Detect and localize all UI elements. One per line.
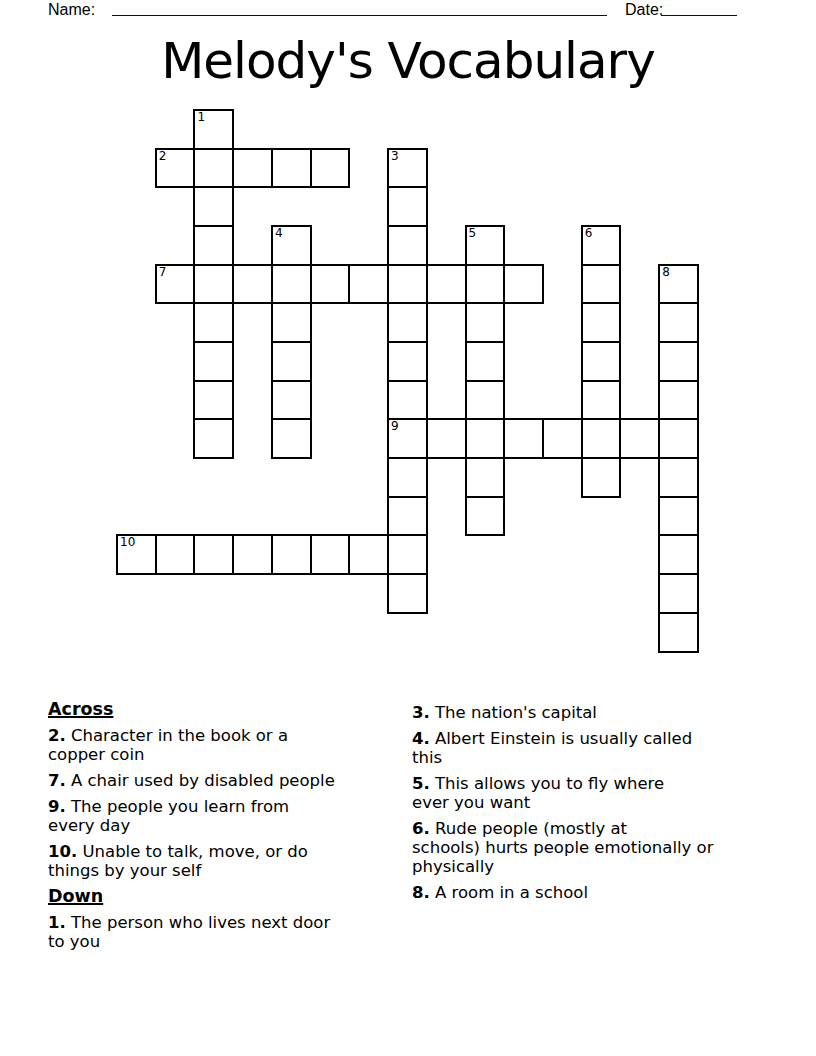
clue-item: 7. A chair used by disabled people	[48, 771, 410, 790]
grid-cell[interactable]	[581, 302, 622, 343]
grid-cell[interactable]	[271, 380, 312, 421]
cell-number: 5	[469, 227, 477, 240]
worksheet-title: Melody's Vocabulary	[0, 33, 816, 89]
name-blank-line[interactable]	[112, 0, 607, 16]
clue-item: 9. The people you learn fromevery day	[48, 797, 410, 835]
grid-cell[interactable]	[387, 186, 428, 227]
grid-cell[interactable]	[193, 380, 234, 421]
grid-cell[interactable]	[193, 302, 234, 343]
grid-cell[interactable]	[271, 341, 312, 382]
grid-cell[interactable]	[193, 148, 234, 189]
grid-cell[interactable]	[193, 341, 234, 382]
grid-cell[interactable]: 3	[387, 148, 428, 189]
grid-cell[interactable]	[348, 534, 389, 575]
grid-cell[interactable]: 2	[155, 148, 196, 189]
grid-cell[interactable]	[542, 418, 583, 459]
cell-number: 4	[275, 227, 283, 240]
grid-cell[interactable]	[271, 534, 312, 575]
clue-number: 4.	[412, 729, 430, 748]
grid-cell[interactable]	[465, 380, 506, 421]
grid-cell[interactable]	[581, 264, 622, 305]
cell-number: 10	[120, 536, 135, 549]
date-blank-line[interactable]	[661, 0, 737, 16]
grid-cell[interactable]	[310, 534, 351, 575]
grid-cell[interactable]	[193, 534, 234, 575]
grid-cell[interactable]	[271, 302, 312, 343]
grid-cell[interactable]	[426, 418, 467, 459]
grid-cell[interactable]	[465, 341, 506, 382]
grid-cell[interactable]	[387, 380, 428, 421]
clue-text: A room in a school	[435, 883, 588, 902]
grid-cell[interactable]: 1	[193, 109, 234, 150]
clue-item: 5. This allows you to fly whereever you …	[412, 774, 812, 812]
grid-cell[interactable]: 10	[116, 534, 157, 575]
grid-cell[interactable]	[581, 418, 622, 459]
cell-number: 7	[159, 266, 167, 279]
grid-cell[interactable]	[503, 418, 544, 459]
clue-number: 7.	[48, 771, 66, 790]
clue-item: 3. The nation's capital	[412, 703, 812, 722]
grid-cell[interactable]	[193, 186, 234, 227]
clue-text: Albert Einstein is usually calledthis	[412, 729, 692, 767]
grid-cell[interactable]	[271, 264, 312, 305]
grid-cell[interactable]	[619, 418, 660, 459]
grid-cell[interactable]	[426, 264, 467, 305]
grid-cell[interactable]	[658, 302, 699, 343]
grid-cell[interactable]	[348, 264, 389, 305]
clue-item: 8. A room in a school	[412, 883, 812, 902]
name-label: Name:	[48, 1, 95, 19]
grid-cell[interactable]	[387, 302, 428, 343]
grid-cell[interactable]	[387, 534, 428, 575]
grid-cell[interactable]	[658, 573, 699, 614]
grid-cell[interactable]	[503, 264, 544, 305]
clue-text: Rude people (mostly atschools) hurts peo…	[412, 819, 713, 876]
grid-cell[interactable]	[155, 534, 196, 575]
clue-number: 9.	[48, 797, 66, 816]
grid-cell[interactable]	[581, 341, 622, 382]
grid-cell[interactable]	[465, 457, 506, 498]
cell-number: 9	[391, 420, 399, 433]
grid-cell[interactable]	[271, 148, 312, 189]
grid-cell[interactable]	[387, 573, 428, 614]
clue-text: The nation's capital	[435, 703, 597, 722]
grid-cell[interactable]	[232, 534, 273, 575]
clue-text: A chair used by disabled people	[71, 771, 335, 790]
down-clue-list-left: 1. The person who lives next doorto you	[48, 913, 410, 951]
across-clue-list: 2. Character in the book or acopper coin…	[48, 726, 410, 880]
grid-cell[interactable]	[193, 225, 234, 266]
clue-text: The people you learn fromevery day	[48, 797, 289, 835]
grid-cell[interactable]	[310, 264, 351, 305]
cell-number: 6	[585, 227, 593, 240]
clue-item: 10. Unable to talk, move, or dothings by…	[48, 842, 410, 880]
grid-cell[interactable]	[232, 264, 273, 305]
cell-number: 3	[391, 150, 399, 163]
crossword-grid: 12345678910	[117, 110, 700, 653]
grid-cell[interactable]	[658, 457, 699, 498]
grid-cell[interactable]	[387, 264, 428, 305]
clue-number: 10.	[48, 842, 77, 861]
clues-left-column: Across 2. Character in the book or acopp…	[48, 700, 410, 958]
clues-right-column: 3. The nation's capital4. Albert Einstei…	[412, 703, 812, 909]
down-clue-list-right: 3. The nation's capital4. Albert Einstei…	[412, 703, 812, 902]
cell-number: 2	[159, 150, 167, 163]
clue-item: 1. The person who lives next doorto you	[48, 913, 410, 951]
clue-number: 6.	[412, 819, 430, 838]
cell-number: 1	[197, 111, 205, 124]
clue-item: 6. Rude people (mostly atschools) hurts …	[412, 819, 812, 876]
grid-cell[interactable]	[310, 148, 351, 189]
grid-cell[interactable]	[193, 418, 234, 459]
grid-cell[interactable]: 8	[658, 264, 699, 305]
grid-cell[interactable]	[658, 496, 699, 537]
grid-cell[interactable]	[387, 341, 428, 382]
grid-cell[interactable]	[658, 418, 699, 459]
grid-cell[interactable]	[581, 457, 622, 498]
clue-number: 2.	[48, 726, 66, 745]
grid-cell[interactable]	[232, 148, 273, 189]
grid-cell[interactable]: 4	[271, 225, 312, 266]
clue-number: 8.	[412, 883, 430, 902]
grid-cell[interactable]	[658, 534, 699, 575]
across-heading: Across	[48, 700, 410, 719]
grid-cell[interactable]	[465, 302, 506, 343]
grid-cell[interactable]: 7	[155, 264, 196, 305]
grid-cell[interactable]	[387, 457, 428, 498]
grid-cell[interactable]: 9	[387, 418, 428, 459]
date-label: Date:	[625, 1, 663, 19]
grid-cell[interactable]	[658, 341, 699, 382]
grid-cell[interactable]: 5	[465, 225, 506, 266]
clue-text: Character in the book or acopper coin	[48, 726, 288, 764]
clue-item: 4. Albert Einstein is usually calledthis	[412, 729, 812, 767]
clue-item: 2. Character in the book or acopper coin	[48, 726, 410, 764]
down-heading: Down	[48, 887, 410, 906]
clue-number: 3.	[412, 703, 430, 722]
clue-number: 5.	[412, 774, 430, 793]
grid-cell[interactable]	[581, 380, 622, 421]
grid-cell[interactable]	[387, 225, 428, 266]
grid-cell[interactable]	[271, 418, 312, 459]
clue-text: This allows you to fly whereever you wan…	[412, 774, 664, 812]
clue-text: Unable to talk, move, or dothings by you…	[48, 842, 308, 880]
grid-cell[interactable]	[465, 496, 506, 537]
grid-cell[interactable]	[465, 264, 506, 305]
cell-number: 8	[662, 266, 670, 279]
clue-number: 1.	[48, 913, 66, 932]
grid-cell[interactable]	[658, 612, 699, 653]
grid-cell[interactable]	[465, 418, 506, 459]
grid-cell[interactable]: 6	[581, 225, 622, 266]
grid-cell[interactable]	[658, 380, 699, 421]
grid-cell[interactable]	[387, 496, 428, 537]
grid-cell[interactable]	[193, 264, 234, 305]
clue-text: The person who lives next doorto you	[48, 913, 330, 951]
